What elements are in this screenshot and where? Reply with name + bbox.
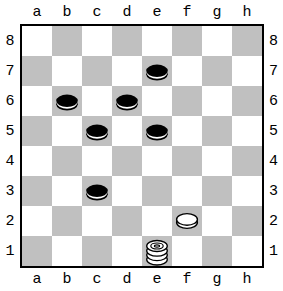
rank-label-right-8: 8 bbox=[269, 34, 278, 49]
file-label-top-f: f bbox=[182, 5, 191, 20]
square-d8[interactable] bbox=[112, 26, 142, 56]
square-a4[interactable] bbox=[22, 146, 52, 176]
black-man-b6[interactable] bbox=[55, 92, 79, 111]
square-b2[interactable] bbox=[52, 206, 82, 236]
square-b5[interactable] bbox=[52, 116, 82, 146]
square-c2[interactable] bbox=[82, 206, 112, 236]
square-f1[interactable] bbox=[172, 236, 202, 266]
square-d3[interactable] bbox=[112, 176, 142, 206]
square-d4[interactable] bbox=[112, 146, 142, 176]
square-e5[interactable] bbox=[142, 116, 172, 146]
square-c5[interactable] bbox=[82, 116, 112, 146]
square-e1[interactable] bbox=[142, 236, 172, 266]
board-middle-band: 87654321 87654321 bbox=[0, 24, 283, 268]
square-h5[interactable] bbox=[232, 116, 262, 146]
square-g6[interactable] bbox=[202, 86, 232, 116]
square-a5[interactable] bbox=[22, 116, 52, 146]
square-g5[interactable] bbox=[202, 116, 232, 146]
square-g1[interactable] bbox=[202, 236, 232, 266]
square-h3[interactable] bbox=[232, 176, 262, 206]
black-man-e5[interactable] bbox=[145, 122, 169, 141]
rank-label-right-3: 3 bbox=[269, 184, 278, 199]
file-label-top-e: e bbox=[152, 5, 161, 20]
rank-label-left-6: 6 bbox=[5, 94, 14, 109]
square-e8[interactable] bbox=[142, 26, 172, 56]
square-f5[interactable] bbox=[172, 116, 202, 146]
rank-label-left-4: 4 bbox=[5, 154, 14, 169]
square-e3[interactable] bbox=[142, 176, 172, 206]
rank-label-right-7: 7 bbox=[269, 64, 278, 79]
file-label-top-d: d bbox=[122, 5, 131, 20]
rank-label-left-7: 7 bbox=[5, 64, 14, 79]
file-label-bottom-g: g bbox=[212, 272, 221, 287]
square-f8[interactable] bbox=[172, 26, 202, 56]
square-b7[interactable] bbox=[52, 56, 82, 86]
square-g7[interactable] bbox=[202, 56, 232, 86]
square-e2[interactable] bbox=[142, 206, 172, 236]
square-b1[interactable] bbox=[52, 236, 82, 266]
rank-label-right-2: 2 bbox=[269, 214, 278, 229]
file-labels-bottom: abcdefgh bbox=[22, 268, 283, 291]
rank-label-right-6: 6 bbox=[269, 94, 278, 109]
square-h8[interactable] bbox=[232, 26, 262, 56]
square-a3[interactable] bbox=[22, 176, 52, 206]
checkers-board-diagram: abcdefgh 87654321 87654321 abcdefgh bbox=[0, 0, 283, 291]
square-f2[interactable] bbox=[172, 206, 202, 236]
black-man-d6[interactable] bbox=[115, 92, 139, 111]
file-label-top-c: c bbox=[92, 5, 101, 20]
file-label-bottom-e: e bbox=[152, 272, 161, 287]
square-c3[interactable] bbox=[82, 176, 112, 206]
square-c1[interactable] bbox=[82, 236, 112, 266]
square-b3[interactable] bbox=[52, 176, 82, 206]
square-h4[interactable] bbox=[232, 146, 262, 176]
square-c4[interactable] bbox=[82, 146, 112, 176]
rank-label-left-5: 5 bbox=[5, 124, 14, 139]
file-label-bottom-b: b bbox=[62, 272, 71, 287]
rank-label-right-1: 1 bbox=[269, 244, 278, 259]
rank-label-right-4: 4 bbox=[269, 154, 278, 169]
square-f4[interactable] bbox=[172, 146, 202, 176]
square-g4[interactable] bbox=[202, 146, 232, 176]
rank-labels-right: 87654321 bbox=[264, 24, 283, 268]
square-b4[interactable] bbox=[52, 146, 82, 176]
square-h6[interactable] bbox=[232, 86, 262, 116]
rank-label-left-1: 1 bbox=[5, 244, 14, 259]
square-f3[interactable] bbox=[172, 176, 202, 206]
rank-label-right-5: 5 bbox=[269, 124, 278, 139]
square-d1[interactable] bbox=[112, 236, 142, 266]
black-man-c3[interactable] bbox=[85, 182, 109, 201]
square-d2[interactable] bbox=[112, 206, 142, 236]
square-g8[interactable] bbox=[202, 26, 232, 56]
rank-label-left-2: 2 bbox=[5, 214, 14, 229]
square-a8[interactable] bbox=[22, 26, 52, 56]
board bbox=[20, 24, 264, 268]
file-label-top-g: g bbox=[212, 5, 221, 20]
square-a7[interactable] bbox=[22, 56, 52, 86]
file-label-bottom-c: c bbox=[92, 272, 101, 287]
square-d7[interactable] bbox=[112, 56, 142, 86]
square-c8[interactable] bbox=[82, 26, 112, 56]
file-label-top-a: a bbox=[32, 5, 41, 20]
square-f6[interactable] bbox=[172, 86, 202, 116]
square-a6[interactable] bbox=[22, 86, 52, 116]
black-man-e7[interactable] bbox=[145, 62, 169, 81]
square-a2[interactable] bbox=[22, 206, 52, 236]
square-f7[interactable] bbox=[172, 56, 202, 86]
square-g3[interactable] bbox=[202, 176, 232, 206]
rank-label-left-8: 8 bbox=[5, 34, 14, 49]
square-e4[interactable] bbox=[142, 146, 172, 176]
square-d5[interactable] bbox=[112, 116, 142, 146]
square-g2[interactable] bbox=[202, 206, 232, 236]
white-king-e1[interactable] bbox=[145, 236, 169, 266]
white-man-f2[interactable] bbox=[175, 212, 199, 230]
square-h2[interactable] bbox=[232, 206, 262, 236]
file-label-bottom-h: h bbox=[242, 272, 251, 287]
square-d6[interactable] bbox=[112, 86, 142, 116]
file-label-top-b: b bbox=[62, 5, 71, 20]
rank-labels-left: 87654321 bbox=[0, 24, 20, 268]
square-h1[interactable] bbox=[232, 236, 262, 266]
square-e7[interactable] bbox=[142, 56, 172, 86]
file-label-bottom-d: d bbox=[122, 272, 131, 287]
square-b6[interactable] bbox=[52, 86, 82, 116]
file-label-top-h: h bbox=[242, 5, 251, 20]
square-c7[interactable] bbox=[82, 56, 112, 86]
square-h7[interactable] bbox=[232, 56, 262, 86]
black-man-c5[interactable] bbox=[85, 122, 109, 141]
file-labels-top: abcdefgh bbox=[22, 0, 283, 24]
square-c6[interactable] bbox=[82, 86, 112, 116]
rank-label-left-3: 3 bbox=[5, 184, 14, 199]
file-label-bottom-f: f bbox=[182, 272, 191, 287]
square-a1[interactable] bbox=[22, 236, 52, 266]
file-label-bottom-a: a bbox=[32, 272, 41, 287]
square-b8[interactable] bbox=[52, 26, 82, 56]
square-e6[interactable] bbox=[142, 86, 172, 116]
